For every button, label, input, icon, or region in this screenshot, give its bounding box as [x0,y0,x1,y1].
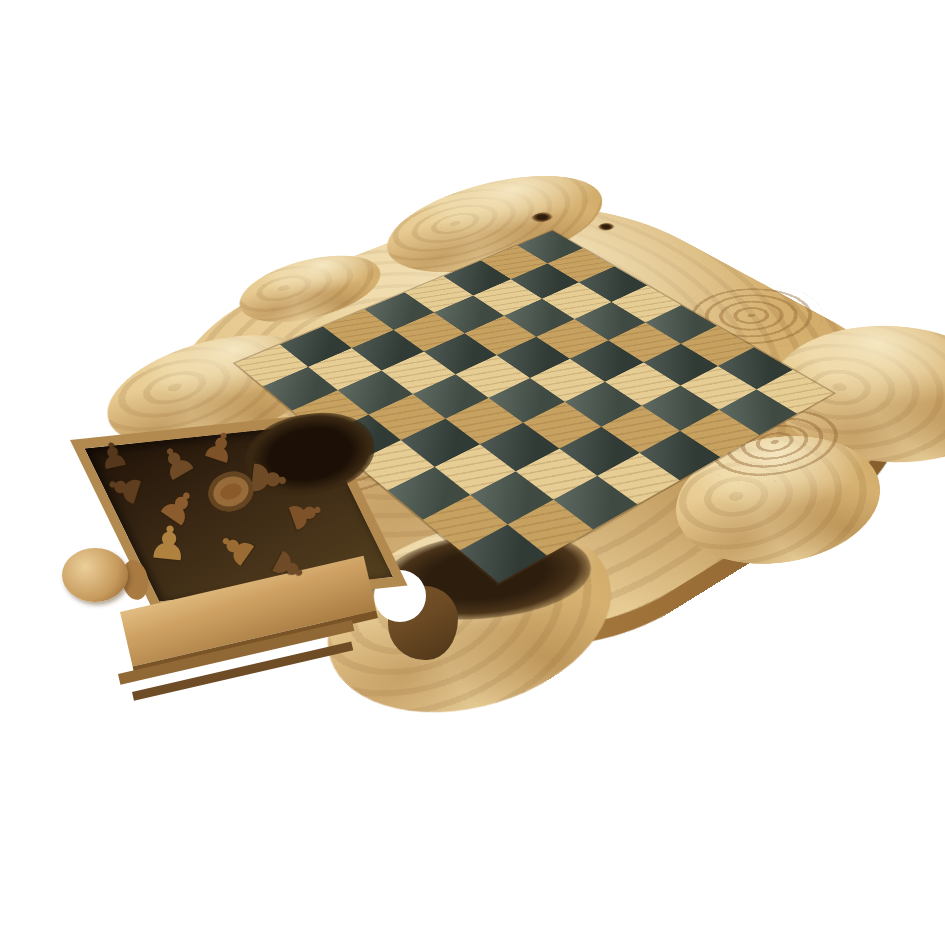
board-square [235,345,308,387]
board-square [597,453,679,504]
board-square [523,402,601,449]
board-square [605,362,681,405]
board-square [511,263,579,298]
board-square [757,370,834,414]
live-edge-lobe [352,159,639,294]
board-square [435,444,516,495]
storage-drawer: ♟♟♟♟♟♟♟♟♟♟ [40,402,430,712]
live-edge-lobe [722,302,945,496]
board-square [601,406,680,453]
board-square [680,410,759,457]
board-square [608,322,681,362]
board-square [480,423,560,472]
chess-piece-pawn: ♟ [146,518,192,568]
board-square [473,279,542,316]
board-square [565,382,642,427]
board-square [542,282,611,319]
board-square [579,266,647,302]
board-square [508,500,593,556]
wood-grain-swirl [660,274,845,361]
board-square [365,292,435,330]
board-square [575,302,646,340]
board-square [611,285,681,322]
board-square [681,366,757,410]
board-square [323,309,394,348]
board-square [645,305,716,344]
chess-piece-pawn: ♟ [209,522,262,574]
board-square [640,431,721,480]
board-square [280,327,352,367]
board-square [516,449,598,500]
drawer-pieces: ♟♟♟♟♟♟♟♟♟♟ [40,402,430,712]
board-square [382,352,456,394]
board-square [460,525,547,583]
board-square [470,471,553,524]
board-square [553,476,637,530]
live-edge-lobe [635,413,922,594]
board-square [405,276,473,312]
board-square [423,495,508,550]
board-square [559,427,639,476]
board-square [394,312,465,351]
chess-piece-pawn: ♟ [95,435,132,475]
board-square [530,359,605,402]
board-square [642,386,719,431]
board-square [547,248,614,282]
board-square [444,260,511,295]
board-square [644,344,718,386]
wood-knot [526,210,558,225]
board-square [424,333,497,374]
chess-piece-pawn: ♟ [198,424,242,471]
product-photo: ♟♟♟♟♟♟♟♟♟♟ [0,0,945,945]
board-square [481,245,547,279]
board-square [536,319,608,359]
board-square [465,316,537,355]
board-square [456,355,530,398]
board-square [718,347,793,389]
board-square [504,299,574,337]
board-square [681,326,754,366]
board-square [446,398,524,444]
board-square [352,330,424,371]
live-edge-lobe [218,243,404,336]
board-square [308,348,381,390]
board-square [434,296,504,334]
board-square [570,340,644,381]
wood-knot [594,221,618,233]
wood-grain-swirl [675,390,875,499]
board-square [489,378,565,423]
board-square [517,231,582,264]
board-square [719,389,797,435]
chess-piece-pawn: ♟ [264,543,314,591]
board-square [497,337,570,378]
